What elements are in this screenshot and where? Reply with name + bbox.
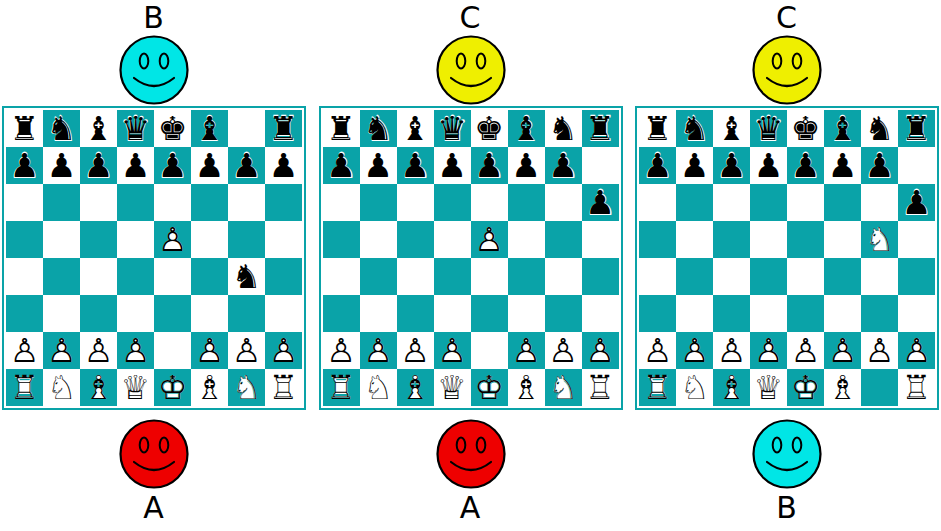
square-a8[interactable]: ♜♜ <box>6 110 43 147</box>
square-b3[interactable] <box>360 295 397 332</box>
square-a5[interactable] <box>323 221 360 258</box>
smiley-head <box>437 421 504 488</box>
square-h4[interactable] <box>265 258 302 295</box>
piece-black-bishop: ♝ <box>191 110 228 147</box>
square-b4[interactable] <box>676 258 713 295</box>
square-a8[interactable]: ♜♜ <box>323 110 360 147</box>
piece-fill: ♝ <box>508 369 545 406</box>
square-a2[interactable]: ♟♙ <box>6 332 43 369</box>
square-f3[interactable] <box>824 295 861 332</box>
square-d2[interactable]: ♟♙ <box>434 332 471 369</box>
square-g6[interactable] <box>228 184 265 221</box>
square-h5[interactable] <box>265 221 302 258</box>
piece-black-knight: ♞ <box>861 110 898 147</box>
piece-fill: ♟ <box>78 145 119 186</box>
square-g2[interactable]: ♟♙ <box>861 332 898 369</box>
square-h3[interactable] <box>898 295 935 332</box>
square-c5[interactable] <box>713 221 750 258</box>
square-c3[interactable] <box>397 295 434 332</box>
piece-black-pawn: ♟ <box>898 184 935 221</box>
piece-white-bishop: ♗ <box>508 369 545 406</box>
square-e7[interactable]: ♟♟ <box>154 147 191 184</box>
piece-black-pawn: ♟ <box>6 147 43 184</box>
piece-fill: ♜ <box>898 369 935 406</box>
square-d1[interactable]: ♛♕ <box>750 369 787 406</box>
piece-white-pawn: ♙ <box>323 332 360 369</box>
square-g7[interactable]: ♟♟ <box>545 147 582 184</box>
piece-fill: ♟ <box>263 145 304 186</box>
square-a6[interactable] <box>639 184 676 221</box>
piece-black-knight: ♞ <box>43 110 80 147</box>
piece-black-queen: ♛ <box>117 110 154 147</box>
square-g8[interactable]: ♞♞ <box>545 110 582 147</box>
piece-fill: ♟ <box>434 332 471 369</box>
square-a1[interactable]: ♜♖ <box>6 369 43 406</box>
square-b2[interactable]: ♟♙ <box>360 332 397 369</box>
square-g1[interactable]: ♞♘ <box>545 369 582 406</box>
piece-fill: ♟ <box>6 332 43 369</box>
square-f6[interactable] <box>508 184 545 221</box>
square-a7[interactable]: ♟♟ <box>639 147 676 184</box>
piece-fill: ♟ <box>115 145 156 186</box>
piece-fill: ♟ <box>824 332 861 369</box>
piece-fill: ♟ <box>397 332 434 369</box>
piece-black-pawn: ♟ <box>360 147 397 184</box>
square-f2[interactable]: ♟♙ <box>191 332 228 369</box>
square-d2[interactable]: ♟♙ <box>117 332 154 369</box>
square-e4[interactable] <box>787 258 824 295</box>
piece-fill: ♟ <box>676 332 713 369</box>
square-c2[interactable]: ♟♙ <box>397 332 434 369</box>
piece-black-pawn: ♟ <box>80 147 117 184</box>
smiley-face-icon <box>751 34 823 106</box>
square-f5[interactable] <box>191 221 228 258</box>
piece-fill: ♟ <box>358 145 399 186</box>
piece-white-bishop: ♗ <box>713 369 750 406</box>
square-f5[interactable] <box>824 221 861 258</box>
square-d8[interactable]: ♛♛ <box>750 110 787 147</box>
square-e7[interactable]: ♟♟ <box>787 147 824 184</box>
square-c1[interactable]: ♝♗ <box>713 369 750 406</box>
square-h6[interactable]: ♟♟ <box>582 184 619 221</box>
piece-fill: ♞ <box>676 369 713 406</box>
square-f8[interactable]: ♝♝ <box>508 110 545 147</box>
square-g5[interactable]: ♞♘ <box>861 221 898 258</box>
game-column-2: C ♜♜♞♞♝♝♛♛♚♚♝♝♞♞♜♜♟♟♟♟♟♟♟♟♟♟♟♟♟♟♟♟♟♙♟♙♟♙… <box>318 0 624 524</box>
piece-white-pawn: ♙ <box>471 221 508 258</box>
piece-black-pawn: ♟ <box>582 184 619 221</box>
square-b6[interactable] <box>360 184 397 221</box>
square-c3[interactable] <box>80 295 117 332</box>
square-e8[interactable]: ♚♚ <box>471 110 508 147</box>
square-d6[interactable] <box>750 184 787 221</box>
square-c3[interactable] <box>713 295 750 332</box>
square-a8[interactable]: ♜♜ <box>639 110 676 147</box>
square-e5[interactable] <box>787 221 824 258</box>
square-h5[interactable] <box>582 221 619 258</box>
piece-fill: ♟ <box>80 332 117 369</box>
square-d7[interactable]: ♟♟ <box>117 147 154 184</box>
piece-white-pawn: ♙ <box>824 332 861 369</box>
square-e3[interactable] <box>787 295 824 332</box>
square-h1[interactable]: ♜♖ <box>582 369 619 406</box>
square-g5[interactable] <box>545 221 582 258</box>
square-b3[interactable] <box>676 295 713 332</box>
piece-black-pawn: ♟ <box>265 147 302 184</box>
square-d5[interactable] <box>117 221 154 258</box>
square-g1[interactable] <box>861 369 898 406</box>
square-f3[interactable] <box>508 295 545 332</box>
square-a3[interactable] <box>323 295 360 332</box>
square-d6[interactable] <box>117 184 154 221</box>
square-c4[interactable] <box>713 258 750 295</box>
piece-fill: ♟ <box>859 145 900 186</box>
smiley-face-icon <box>435 34 507 106</box>
square-h2[interactable]: ♟♙ <box>265 332 302 369</box>
piece-fill: ♟ <box>226 145 267 186</box>
square-h5[interactable] <box>898 221 935 258</box>
square-d7[interactable]: ♟♟ <box>434 147 471 184</box>
square-a6[interactable] <box>6 184 43 221</box>
square-e7[interactable]: ♟♟ <box>471 147 508 184</box>
square-e4[interactable] <box>471 258 508 295</box>
piece-white-pawn: ♙ <box>228 332 265 369</box>
piece-fill: ♟ <box>228 332 265 369</box>
square-e8[interactable]: ♚♚ <box>154 110 191 147</box>
square-h1[interactable]: ♜♖ <box>265 369 302 406</box>
square-a4[interactable] <box>323 258 360 295</box>
bottom-player-label-3: B <box>776 490 798 524</box>
piece-fill: ♜ <box>637 108 678 149</box>
square-d4[interactable] <box>750 258 787 295</box>
square-e5[interactable]: ♟♙ <box>471 221 508 258</box>
piece-fill: ♟ <box>822 145 863 186</box>
piece-fill: ♟ <box>43 332 80 369</box>
square-d8[interactable]: ♛♛ <box>117 110 154 147</box>
piece-fill: ♞ <box>41 108 82 149</box>
square-c7[interactable]: ♟♟ <box>397 147 434 184</box>
square-a2[interactable]: ♟♙ <box>639 332 676 369</box>
square-d1[interactable]: ♛♕ <box>434 369 471 406</box>
piece-white-bishop: ♗ <box>191 369 228 406</box>
square-a1[interactable]: ♜♖ <box>639 369 676 406</box>
piece-black-pawn: ♟ <box>434 147 471 184</box>
square-e6[interactable] <box>787 184 824 221</box>
square-a2[interactable]: ♟♙ <box>323 332 360 369</box>
square-d3[interactable] <box>750 295 787 332</box>
square-d6[interactable] <box>434 184 471 221</box>
piece-fill: ♟ <box>4 145 45 186</box>
square-g8[interactable] <box>228 110 265 147</box>
piece-black-rook: ♜ <box>639 110 676 147</box>
square-b8[interactable]: ♞♞ <box>43 110 80 147</box>
square-c2[interactable]: ♟♙ <box>713 332 750 369</box>
piece-fill: ♚ <box>154 369 191 406</box>
piece-black-pawn: ♟ <box>639 147 676 184</box>
piece-fill: ♝ <box>78 108 119 149</box>
smiley-head <box>121 421 188 488</box>
square-f8[interactable]: ♝♝ <box>191 110 228 147</box>
piece-fill: ♟ <box>154 221 191 258</box>
square-c4[interactable] <box>397 258 434 295</box>
square-d5[interactable] <box>750 221 787 258</box>
piece-black-pawn: ♟ <box>676 147 713 184</box>
piece-fill: ♟ <box>117 332 154 369</box>
square-h7[interactable] <box>582 147 619 184</box>
square-b5[interactable] <box>360 221 397 258</box>
smiley-right-eye <box>476 54 485 69</box>
square-h7[interactable] <box>898 147 935 184</box>
square-a6[interactable] <box>323 184 360 221</box>
square-g3[interactable] <box>861 295 898 332</box>
piece-black-pawn: ♟ <box>861 147 898 184</box>
piece-white-knight: ♘ <box>360 369 397 406</box>
square-f7[interactable]: ♟♟ <box>508 147 545 184</box>
square-d3[interactable] <box>434 295 471 332</box>
piece-fill: ♞ <box>861 221 898 258</box>
square-e4[interactable] <box>154 258 191 295</box>
square-a1[interactable]: ♜♖ <box>323 369 360 406</box>
piece-white-queen: ♕ <box>117 369 154 406</box>
piece-fill: ♝ <box>824 369 861 406</box>
square-g6[interactable] <box>545 184 582 221</box>
piece-fill: ♟ <box>152 145 193 186</box>
square-f4[interactable] <box>191 258 228 295</box>
piece-fill: ♜ <box>896 108 937 149</box>
square-c1[interactable]: ♝♗ <box>397 369 434 406</box>
smiley-right-eye <box>793 54 802 69</box>
piece-fill: ♜ <box>263 108 304 149</box>
square-g5[interactable] <box>228 221 265 258</box>
piece-white-king: ♔ <box>154 369 191 406</box>
square-h4[interactable] <box>582 258 619 295</box>
chess-board-1: ♜♜♞♞♝♝♛♛♚♚♝♝♜♜♟♟♟♟♟♟♟♟♟♟♟♟♟♟♟♟♟♙♞♞♟♙♟♙♟♙… <box>2 106 306 410</box>
smiley-left-eye <box>773 54 782 69</box>
square-a4[interactable] <box>639 258 676 295</box>
square-b4[interactable] <box>360 258 397 295</box>
square-c7[interactable]: ♟♟ <box>80 147 117 184</box>
piece-black-pawn: ♟ <box>43 147 80 184</box>
square-g3[interactable] <box>545 295 582 332</box>
square-c6[interactable] <box>713 184 750 221</box>
square-b7[interactable]: ♟♟ <box>360 147 397 184</box>
square-h7[interactable]: ♟♟ <box>265 147 302 184</box>
square-g2[interactable]: ♟♙ <box>228 332 265 369</box>
square-b6[interactable] <box>676 184 713 221</box>
square-h8[interactable]: ♜♜ <box>265 110 302 147</box>
square-d3[interactable] <box>117 295 154 332</box>
piece-fill: ♟ <box>861 332 898 369</box>
square-f1[interactable]: ♝♗ <box>191 369 228 406</box>
piece-black-pawn: ♟ <box>397 147 434 184</box>
square-f6[interactable] <box>824 184 861 221</box>
square-g7[interactable]: ♟♟ <box>861 147 898 184</box>
square-e2[interactable] <box>154 332 191 369</box>
square-a5[interactable] <box>6 221 43 258</box>
square-g4[interactable] <box>545 258 582 295</box>
square-a5[interactable] <box>639 221 676 258</box>
square-b1[interactable]: ♞♘ <box>43 369 80 406</box>
square-b4[interactable] <box>43 258 80 295</box>
piece-fill: ♛ <box>748 108 789 149</box>
square-b3[interactable] <box>43 295 80 332</box>
square-h1[interactable]: ♜♖ <box>898 369 935 406</box>
square-e3[interactable] <box>471 295 508 332</box>
square-b7[interactable]: ♟♟ <box>43 147 80 184</box>
square-e6[interactable] <box>154 184 191 221</box>
square-a7[interactable]: ♟♟ <box>323 147 360 184</box>
chess-board-3: ♜♜♞♞♝♝♛♛♚♚♝♝♞♞♜♜♟♟♟♟♟♟♟♟♟♟♟♟♟♟♟♟♞♘♟♙♟♙♟♙… <box>635 106 939 410</box>
smiley-head <box>437 37 504 104</box>
square-b5[interactable] <box>676 221 713 258</box>
square-b5[interactable] <box>43 221 80 258</box>
square-h3[interactable] <box>265 295 302 332</box>
square-h8[interactable]: ♜♜ <box>898 110 935 147</box>
piece-fill: ♟ <box>750 332 787 369</box>
square-g3[interactable] <box>228 295 265 332</box>
square-e5[interactable]: ♟♙ <box>154 221 191 258</box>
square-c6[interactable] <box>397 184 434 221</box>
square-h6[interactable]: ♟♟ <box>898 184 935 221</box>
piece-black-pawn: ♟ <box>508 147 545 184</box>
piece-black-pawn: ♟ <box>824 147 861 184</box>
square-c8[interactable]: ♝♝ <box>713 110 750 147</box>
piece-white-pawn: ♙ <box>713 332 750 369</box>
square-c8[interactable]: ♝♝ <box>397 110 434 147</box>
square-g7[interactable]: ♟♟ <box>228 147 265 184</box>
square-e1[interactable]: ♚♔ <box>471 369 508 406</box>
piece-white-pawn: ♙ <box>639 332 676 369</box>
piece-fill: ♜ <box>321 108 362 149</box>
square-a3[interactable] <box>639 295 676 332</box>
piece-black-pawn: ♟ <box>471 147 508 184</box>
square-b1[interactable]: ♞♘ <box>360 369 397 406</box>
square-b7[interactable]: ♟♟ <box>676 147 713 184</box>
square-b8[interactable]: ♞♞ <box>676 110 713 147</box>
square-e1[interactable]: ♚♔ <box>154 369 191 406</box>
square-e1[interactable]: ♚♔ <box>787 369 824 406</box>
square-h3[interactable] <box>582 295 619 332</box>
square-b2[interactable]: ♟♙ <box>676 332 713 369</box>
square-h2[interactable]: ♟♙ <box>898 332 935 369</box>
piece-white-rook: ♖ <box>898 369 935 406</box>
piece-fill: ♛ <box>115 108 156 149</box>
square-g4[interactable]: ♞♞ <box>228 258 265 295</box>
square-g8[interactable]: ♞♞ <box>861 110 898 147</box>
square-d5[interactable] <box>434 221 471 258</box>
square-e2[interactable] <box>471 332 508 369</box>
square-h6[interactable] <box>265 184 302 221</box>
square-b8[interactable]: ♞♞ <box>360 110 397 147</box>
piece-fill: ♟ <box>582 332 619 369</box>
square-g2[interactable]: ♟♙ <box>545 332 582 369</box>
square-f2[interactable]: ♟♙ <box>508 332 545 369</box>
square-h2[interactable]: ♟♙ <box>582 332 619 369</box>
square-a7[interactable]: ♟♟ <box>6 147 43 184</box>
piece-fill: ♟ <box>674 145 715 186</box>
square-g6[interactable] <box>861 184 898 221</box>
top-player-label-3: C <box>776 0 798 34</box>
square-d2[interactable]: ♟♙ <box>750 332 787 369</box>
square-h4[interactable] <box>898 258 935 295</box>
square-g4[interactable] <box>861 258 898 295</box>
smiley-right-eye <box>160 438 169 453</box>
square-c4[interactable] <box>80 258 117 295</box>
square-c8[interactable]: ♝♝ <box>80 110 117 147</box>
square-a3[interactable] <box>6 295 43 332</box>
piece-fill: ♟ <box>748 145 789 186</box>
piece-fill: ♜ <box>4 108 45 149</box>
square-f8[interactable]: ♝♝ <box>824 110 861 147</box>
square-f2[interactable]: ♟♙ <box>824 332 861 369</box>
square-b1[interactable]: ♞♘ <box>676 369 713 406</box>
piece-fill: ♟ <box>471 221 508 258</box>
square-d8[interactable]: ♛♛ <box>434 110 471 147</box>
piece-fill: ♝ <box>395 108 436 149</box>
square-c5[interactable] <box>80 221 117 258</box>
piece-black-knight: ♞ <box>676 110 713 147</box>
piece-white-pawn: ♙ <box>861 332 898 369</box>
square-e2[interactable]: ♟♙ <box>787 332 824 369</box>
square-a4[interactable] <box>6 258 43 295</box>
square-b6[interactable] <box>43 184 80 221</box>
square-g1[interactable]: ♞♘ <box>228 369 265 406</box>
piece-fill: ♞ <box>674 108 715 149</box>
piece-fill: ♜ <box>582 369 619 406</box>
square-c2[interactable]: ♟♙ <box>80 332 117 369</box>
piece-fill: ♝ <box>713 369 750 406</box>
square-f3[interactable] <box>191 295 228 332</box>
square-d4[interactable] <box>434 258 471 295</box>
chess-board-2-grid: ♜♜♞♞♝♝♛♛♚♚♝♝♞♞♜♜♟♟♟♟♟♟♟♟♟♟♟♟♟♟♟♟♟♙♟♙♟♙♟♙… <box>323 110 619 406</box>
smiley-face-icon <box>118 34 190 106</box>
piece-white-knight: ♘ <box>676 369 713 406</box>
square-f4[interactable] <box>824 258 861 295</box>
square-f6[interactable] <box>191 184 228 221</box>
piece-white-pawn: ♙ <box>545 332 582 369</box>
square-e3[interactable] <box>154 295 191 332</box>
piece-fill: ♚ <box>787 369 824 406</box>
square-f4[interactable] <box>508 258 545 295</box>
square-h8[interactable]: ♜♜ <box>582 110 619 147</box>
square-e6[interactable] <box>471 184 508 221</box>
square-f5[interactable] <box>508 221 545 258</box>
square-c7[interactable]: ♟♟ <box>713 147 750 184</box>
piece-black-king: ♚ <box>154 110 191 147</box>
piece-white-knight: ♘ <box>861 221 898 258</box>
piece-fill: ♞ <box>545 369 582 406</box>
smiley-face-icon <box>118 418 190 490</box>
square-c6[interactable] <box>80 184 117 221</box>
piece-fill: ♜ <box>323 369 360 406</box>
smiley-left-eye <box>456 54 465 69</box>
piece-white-pawn: ♙ <box>397 332 434 369</box>
square-f1[interactable]: ♝♗ <box>508 369 545 406</box>
square-c1[interactable]: ♝♗ <box>80 369 117 406</box>
piece-white-pawn: ♙ <box>43 332 80 369</box>
square-f7[interactable]: ♟♟ <box>191 147 228 184</box>
square-d1[interactable]: ♛♕ <box>117 369 154 406</box>
square-f7[interactable]: ♟♟ <box>824 147 861 184</box>
square-c5[interactable] <box>397 221 434 258</box>
square-d4[interactable] <box>117 258 154 295</box>
piece-black-knight: ♞ <box>545 110 582 147</box>
square-f1[interactable]: ♝♗ <box>824 369 861 406</box>
piece-fill: ♟ <box>265 332 302 369</box>
square-e8[interactable]: ♚♚ <box>787 110 824 147</box>
square-b2[interactable]: ♟♙ <box>43 332 80 369</box>
square-d7[interactable]: ♟♟ <box>750 147 787 184</box>
